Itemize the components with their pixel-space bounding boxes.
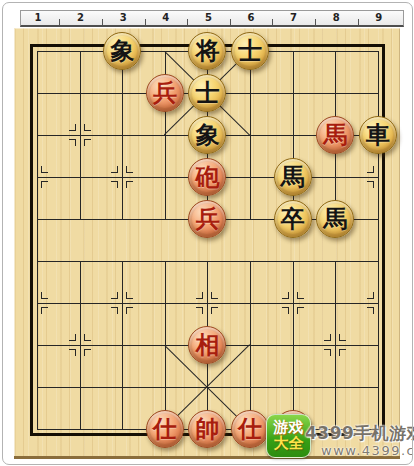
xiangqi-board[interactable]: 象将士兵士象馬車砲馬兵卒馬相仕帥仕相	[14, 28, 400, 459]
grid-file-line	[250, 261, 251, 429]
star-point-mark	[84, 334, 91, 341]
piece-red-horse[interactable]: 馬	[316, 116, 354, 154]
piece-black-elephant[interactable]: 象	[103, 32, 141, 70]
ruler-tick	[358, 19, 359, 25]
ruler-tick	[272, 19, 273, 25]
ruler-tick	[145, 19, 146, 25]
watermark-site-name: 4399手机游戏网	[305, 422, 414, 445]
grid-file-line	[80, 261, 81, 429]
piece-character: 兵	[195, 200, 219, 238]
ruler-number-2: 2	[73, 12, 89, 23]
ruler-tick	[230, 19, 231, 25]
ruler-number-9: 9	[371, 12, 387, 23]
star-point-mark	[367, 307, 374, 314]
ruler-number-1: 1	[30, 12, 46, 23]
piece-character: 車	[366, 116, 390, 154]
piece-black-soldier[interactable]: 卒	[274, 200, 312, 238]
piece-character: 馬	[281, 158, 305, 196]
grid-file-line	[335, 261, 336, 429]
piece-character: 相	[195, 326, 219, 364]
star-point-mark	[41, 166, 48, 173]
piece-character: 将	[195, 32, 219, 70]
watermark-icon-text-bottom: 大全	[274, 436, 304, 452]
star-point-mark	[324, 349, 331, 356]
star-point-mark	[111, 181, 118, 188]
star-point-mark	[367, 166, 374, 173]
piece-character: 馬	[323, 200, 347, 238]
star-point-mark	[297, 292, 304, 299]
star-point-mark	[111, 166, 118, 173]
piece-character: 士	[195, 74, 219, 112]
piece-character: 仕	[238, 410, 262, 448]
piece-character: 仕	[153, 410, 177, 448]
ruler-tick	[315, 19, 316, 25]
star-point-mark	[126, 181, 133, 188]
star-point-mark	[282, 307, 289, 314]
ruler-tick	[187, 19, 188, 25]
screenshot-root: 123456789 象将士兵士象馬車砲馬兵卒馬相仕帥仕相 游戏 大全 4399手…	[0, 0, 414, 466]
ruler-number-7: 7	[286, 12, 302, 23]
star-point-mark	[69, 334, 76, 341]
star-point-mark	[84, 124, 91, 131]
ruler-number-4: 4	[158, 12, 174, 23]
piece-red-soldier[interactable]: 兵	[146, 74, 184, 112]
piece-character: 卒	[281, 200, 305, 238]
star-point-mark	[324, 334, 331, 341]
grid-file-line	[80, 51, 81, 219]
ruler-number-5: 5	[200, 12, 216, 23]
star-point-mark	[367, 292, 374, 299]
ruler-tick	[102, 19, 103, 25]
ruler-tick	[59, 19, 60, 25]
piece-character: 帥	[195, 410, 219, 448]
star-point-mark	[69, 349, 76, 356]
piece-character: 象	[195, 116, 219, 154]
star-point-mark	[111, 307, 118, 314]
star-point-mark	[282, 292, 289, 299]
grid-file-line	[293, 261, 294, 429]
watermark-site-url: www.4399.cn	[321, 443, 414, 458]
star-point-mark	[111, 292, 118, 299]
star-point-mark	[41, 292, 48, 299]
piece-black-horse[interactable]: 馬	[274, 158, 312, 196]
star-point-mark	[211, 292, 218, 299]
file-ruler: 123456789	[20, 10, 404, 27]
star-point-mark	[126, 292, 133, 299]
grid-file-line	[378, 51, 379, 429]
piece-black-horse[interactable]: 馬	[316, 200, 354, 238]
ruler-number-6: 6	[243, 12, 259, 23]
piece-character: 馬	[323, 116, 347, 154]
grid-file-line	[122, 261, 123, 429]
piece-red-advisor[interactable]: 仕	[231, 410, 269, 448]
piece-red-general[interactable]: 帥	[188, 410, 226, 448]
piece-black-advisor[interactable]: 士	[231, 32, 269, 70]
grid-file-line	[37, 51, 38, 429]
piece-character: 象	[110, 32, 134, 70]
star-point-mark	[339, 349, 346, 356]
piece-character: 士	[238, 32, 262, 70]
star-point-mark	[211, 307, 218, 314]
star-point-mark	[41, 307, 48, 314]
piece-character: 兵	[153, 74, 177, 112]
piece-red-advisor[interactable]: 仕	[146, 410, 184, 448]
star-point-mark	[196, 292, 203, 299]
star-point-mark	[126, 166, 133, 173]
star-point-mark	[297, 307, 304, 314]
star-point-mark	[69, 139, 76, 146]
star-point-mark	[84, 139, 91, 146]
star-point-mark	[84, 349, 91, 356]
ruler-number-8: 8	[328, 12, 344, 23]
grid-file-line	[122, 51, 123, 219]
piece-black-chariot[interactable]: 車	[359, 116, 397, 154]
star-point-mark	[69, 124, 76, 131]
star-point-mark	[339, 334, 346, 341]
star-point-mark	[196, 307, 203, 314]
star-point-mark	[126, 307, 133, 314]
star-point-mark	[41, 181, 48, 188]
star-point-mark	[367, 181, 374, 188]
ruler-number-3: 3	[115, 12, 131, 23]
piece-character: 砲	[195, 158, 219, 196]
